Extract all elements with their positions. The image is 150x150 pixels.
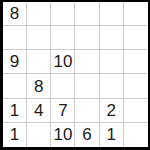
cell-r2c6-empty[interactable] bbox=[124, 26, 148, 50]
cell-r1c5-empty[interactable] bbox=[100, 2, 124, 26]
cell-r3c2-empty[interactable] bbox=[27, 50, 51, 74]
cell-r1c3-empty[interactable] bbox=[51, 2, 75, 26]
cell-r6c5-clue[interactable]: 1 bbox=[100, 123, 124, 147]
cell-r4c2-clue[interactable]: 8 bbox=[27, 74, 51, 98]
cell-r6c2-empty[interactable] bbox=[27, 123, 51, 147]
cell-r6c4-clue[interactable]: 6 bbox=[75, 123, 99, 147]
cell-r4c6-empty[interactable] bbox=[124, 74, 148, 98]
cell-r3c3-clue[interactable]: 10 bbox=[51, 50, 75, 74]
cell-r2c3-empty[interactable] bbox=[51, 26, 75, 50]
cell-r4c4-empty[interactable] bbox=[75, 74, 99, 98]
cell-r1c2-empty[interactable] bbox=[27, 2, 51, 26]
cell-r5c2-clue[interactable]: 4 bbox=[27, 99, 51, 123]
cell-r6c6-empty[interactable] bbox=[124, 123, 148, 147]
cell-r2c1-empty[interactable] bbox=[3, 26, 27, 50]
cell-r5c1-clue[interactable]: 1 bbox=[3, 99, 27, 123]
puzzle-board: 89108147211061 bbox=[0, 0, 150, 150]
cell-r4c3-empty[interactable] bbox=[51, 74, 75, 98]
cell-r5c4-empty[interactable] bbox=[75, 99, 99, 123]
cell-r3c1-clue[interactable]: 9 bbox=[3, 50, 27, 74]
cell-r2c5-empty[interactable] bbox=[100, 26, 124, 50]
cell-r2c4-empty[interactable] bbox=[75, 26, 99, 50]
cell-r3c5-empty[interactable] bbox=[100, 50, 124, 74]
cell-r2c2-empty[interactable] bbox=[27, 26, 51, 50]
cell-r4c5-empty[interactable] bbox=[100, 74, 124, 98]
cell-r5c3-clue[interactable]: 7 bbox=[51, 99, 75, 123]
cell-r5c6-empty[interactable] bbox=[124, 99, 148, 123]
cell-r1c6-empty[interactable] bbox=[124, 2, 148, 26]
cell-r6c3-clue[interactable]: 10 bbox=[51, 123, 75, 147]
cell-r4c1-empty[interactable] bbox=[3, 74, 27, 98]
cell-r3c4-empty[interactable] bbox=[75, 50, 99, 74]
cell-r3c6-empty[interactable] bbox=[124, 50, 148, 74]
cell-r1c4-empty[interactable] bbox=[75, 2, 99, 26]
cell-r1c1-clue[interactable]: 8 bbox=[3, 2, 27, 26]
cell-r5c5-clue[interactable]: 2 bbox=[100, 99, 124, 123]
cell-r6c1-clue[interactable]: 1 bbox=[3, 123, 27, 147]
